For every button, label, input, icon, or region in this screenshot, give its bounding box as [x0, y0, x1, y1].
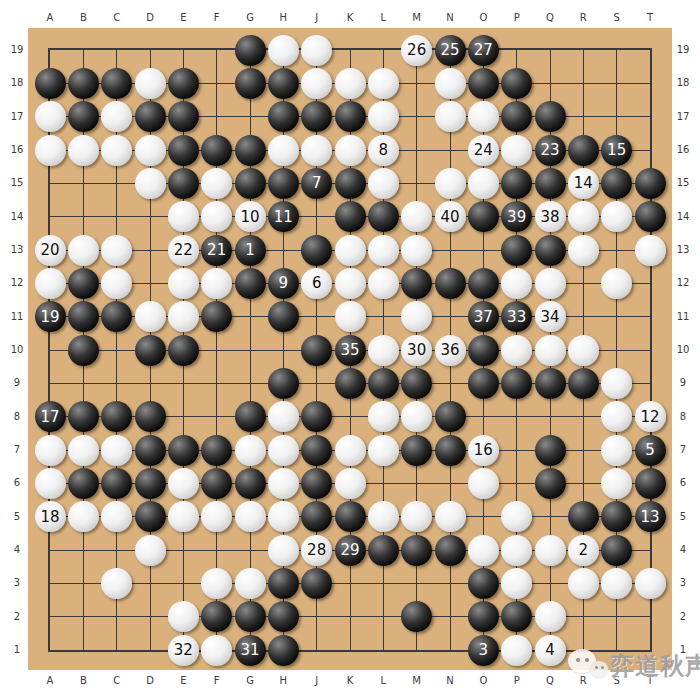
column-label-top: R [570, 12, 596, 24]
chat-bubble-small [590, 661, 608, 677]
stone-D4 [135, 535, 166, 566]
stone-D6 [135, 468, 166, 499]
stone-K16 [335, 135, 366, 166]
stone-K7 [335, 435, 366, 466]
column-label-bottom: E [170, 675, 196, 687]
row-label-left: 8 [4, 411, 30, 423]
stone-Q9 [535, 368, 566, 399]
row-label-right: 3 [670, 577, 696, 589]
stone-L17 [368, 101, 399, 132]
stone-J19 [301, 35, 332, 66]
stone-R5 [568, 501, 599, 532]
stone-D8 [135, 401, 166, 432]
stone-G2 [235, 601, 266, 632]
column-label-bottom: L [370, 675, 396, 687]
stone-H14: 11 [268, 201, 299, 232]
move-number: 27 [474, 41, 493, 59]
stone-B7 [68, 435, 99, 466]
watermark-text: 弈道秋声 [610, 650, 700, 682]
stone-G8 [235, 401, 266, 432]
stone-T7: 5 [635, 435, 666, 466]
stone-R14 [568, 201, 599, 232]
stone-G7 [235, 435, 266, 466]
stone-G6 [235, 468, 266, 499]
stone-B5 [68, 501, 99, 532]
stone-R3 [568, 568, 599, 599]
stone-G18 [235, 68, 266, 99]
stone-J4: 28 [301, 535, 332, 566]
move-number: 2 [579, 541, 589, 559]
stone-F7 [201, 435, 232, 466]
stone-D11 [135, 301, 166, 332]
row-label-right: 15 [670, 177, 696, 189]
stone-J12: 6 [301, 268, 332, 299]
move-number: 26 [407, 41, 426, 59]
stone-E16 [168, 135, 199, 166]
stone-H11 [268, 301, 299, 332]
row-label-right: 12 [670, 277, 696, 289]
stone-D18 [135, 68, 166, 99]
stone-E5 [168, 501, 199, 532]
stone-L5 [368, 501, 399, 532]
stone-L10 [368, 335, 399, 366]
stone-N14: 40 [435, 201, 466, 232]
stone-K13 [335, 235, 366, 266]
stone-Q12 [535, 268, 566, 299]
column-label-bottom: D [137, 675, 163, 687]
column-label-top: J [304, 12, 330, 24]
watermark: 弈道秋声 [566, 645, 700, 687]
stone-H6 [268, 468, 299, 499]
stone-D10 [135, 335, 166, 366]
stone-K11 [335, 301, 366, 332]
stone-K14 [335, 201, 366, 232]
row-label-right: 14 [670, 211, 696, 223]
move-number: 21 [207, 241, 226, 259]
stone-M13 [401, 235, 432, 266]
move-number: 28 [307, 541, 326, 559]
stone-M9 [401, 368, 432, 399]
stone-L13 [368, 235, 399, 266]
stone-L14 [368, 201, 399, 232]
stone-R16 [568, 135, 599, 166]
stone-A11: 19 [35, 301, 66, 332]
move-number: 24 [474, 141, 493, 159]
stone-N4 [435, 535, 466, 566]
stone-S6 [601, 468, 632, 499]
stone-J16 [301, 135, 332, 166]
row-label-left: 1 [4, 644, 30, 656]
column-label-bottom: H [270, 675, 296, 687]
stone-Q7 [535, 435, 566, 466]
stone-A13: 20 [35, 235, 66, 266]
move-number: 38 [540, 208, 559, 226]
move-number: 30 [407, 341, 426, 359]
stone-L9 [368, 368, 399, 399]
stone-L7 [368, 435, 399, 466]
stone-G15 [235, 168, 266, 199]
column-label-bottom: B [70, 675, 96, 687]
stone-K9 [335, 368, 366, 399]
stone-K15 [335, 168, 366, 199]
move-number: 3 [479, 641, 489, 659]
stone-E12 [168, 268, 199, 299]
move-number: 32 [174, 641, 193, 659]
column-label-top: S [604, 12, 630, 24]
stone-Q1: 4 [535, 635, 566, 666]
go-diagram-page: AABBCCDDEEFFGGHHJJKKLLMMNNOOPPQQRRSSTT19… [0, 0, 700, 700]
stone-M19: 26 [401, 35, 432, 66]
stone-C6 [101, 468, 132, 499]
column-label-top: M [404, 12, 430, 24]
stone-H4 [268, 535, 299, 566]
column-label-top: P [504, 12, 530, 24]
stone-S15 [601, 168, 632, 199]
stone-Q11: 34 [535, 301, 566, 332]
stone-B11 [68, 301, 99, 332]
stone-J3 [301, 568, 332, 599]
stone-Q13 [535, 235, 566, 266]
stone-E1: 32 [168, 635, 199, 666]
move-number: 19 [40, 308, 59, 326]
row-label-left: 12 [4, 277, 30, 289]
stone-G14: 10 [235, 201, 266, 232]
stone-P1 [501, 635, 532, 666]
stone-A12 [35, 268, 66, 299]
stone-E6 [168, 468, 199, 499]
stone-D17 [135, 101, 166, 132]
stone-R15: 14 [568, 168, 599, 199]
stone-R10 [568, 335, 599, 366]
stone-Q15 [535, 168, 566, 199]
stone-E15 [168, 168, 199, 199]
stone-H15 [268, 168, 299, 199]
stone-D16 [135, 135, 166, 166]
stone-B10 [68, 335, 99, 366]
stone-M12 [401, 268, 432, 299]
stone-O16: 24 [468, 135, 499, 166]
stone-L18 [368, 68, 399, 99]
stone-H19 [268, 35, 299, 66]
row-label-left: 10 [4, 344, 30, 356]
stone-A17 [35, 101, 66, 132]
move-number: 37 [474, 308, 493, 326]
move-number: 35 [340, 341, 359, 359]
stone-N10: 36 [435, 335, 466, 366]
stone-J10 [301, 335, 332, 366]
column-label-top: K [337, 12, 363, 24]
column-label-bottom: F [204, 675, 230, 687]
stone-T6 [635, 468, 666, 499]
stone-P12 [501, 268, 532, 299]
stone-K5 [335, 501, 366, 532]
stone-L8 [368, 401, 399, 432]
stone-D7 [135, 435, 166, 466]
stone-B6 [68, 468, 99, 499]
column-label-top: C [104, 12, 130, 24]
stone-S3 [601, 568, 632, 599]
stone-P13 [501, 235, 532, 266]
column-label-bottom: N [437, 675, 463, 687]
stone-C3 [101, 568, 132, 599]
stone-O17 [468, 101, 499, 132]
stone-G13: 1 [235, 235, 266, 266]
move-number: 11 [274, 208, 293, 226]
stone-O9 [468, 368, 499, 399]
move-number: 1 [245, 241, 255, 259]
stone-E13: 22 [168, 235, 199, 266]
row-label-left: 16 [4, 144, 30, 156]
stone-P4 [501, 535, 532, 566]
move-number: 6 [312, 274, 322, 292]
stone-L12 [368, 268, 399, 299]
stone-H18 [268, 68, 299, 99]
row-label-right: 16 [670, 144, 696, 156]
stone-K10: 35 [335, 335, 366, 366]
stone-B18 [68, 68, 99, 99]
row-label-left: 5 [4, 511, 30, 523]
move-number: 4 [545, 641, 555, 659]
stone-L15 [368, 168, 399, 199]
move-number: 20 [40, 241, 59, 259]
column-label-bottom: M [404, 675, 430, 687]
stone-O18 [468, 68, 499, 99]
wechat-icon [566, 645, 610, 687]
move-number: 16 [474, 441, 493, 459]
row-label-right: 19 [670, 44, 696, 56]
stone-Q2 [535, 601, 566, 632]
row-label-left: 15 [4, 177, 30, 189]
stone-J15: 7 [301, 168, 332, 199]
stone-B13 [68, 235, 99, 266]
stone-N12 [435, 268, 466, 299]
stone-K4: 29 [335, 535, 366, 566]
move-number: 7 [312, 174, 322, 192]
stone-G12 [235, 268, 266, 299]
move-number: 31 [240, 641, 259, 659]
move-number: 15 [607, 141, 626, 159]
stone-J18 [301, 68, 332, 99]
stone-P3 [501, 568, 532, 599]
column-label-bottom: K [337, 675, 363, 687]
stone-H12: 9 [268, 268, 299, 299]
stone-O7: 16 [468, 435, 499, 466]
row-label-left: 7 [4, 444, 30, 456]
stone-B17 [68, 101, 99, 132]
stone-H1 [268, 635, 299, 666]
stone-G1: 31 [235, 635, 266, 666]
stone-O11: 37 [468, 301, 499, 332]
row-label-left: 14 [4, 211, 30, 223]
stone-F3 [201, 568, 232, 599]
stone-T3 [635, 568, 666, 599]
stone-Q6 [535, 468, 566, 499]
move-number: 18 [40, 508, 59, 526]
stone-E14 [168, 201, 199, 232]
column-label-top: L [370, 12, 396, 24]
move-number: 34 [540, 308, 559, 326]
stone-N8 [435, 401, 466, 432]
column-label-bottom: P [504, 675, 530, 687]
stone-B8 [68, 401, 99, 432]
stone-C18 [101, 68, 132, 99]
stone-P18 [501, 68, 532, 99]
row-label-left: 4 [4, 544, 30, 556]
stone-E18 [168, 68, 199, 99]
stone-A18 [35, 68, 66, 99]
move-number: 10 [240, 208, 259, 226]
stone-E2 [168, 601, 199, 632]
move-number: 25 [440, 41, 459, 59]
row-label-left: 6 [4, 477, 30, 489]
stone-J13 [301, 235, 332, 266]
stone-K12 [335, 268, 366, 299]
column-label-top: A [37, 12, 63, 24]
stone-P16 [501, 135, 532, 166]
row-label-left: 18 [4, 77, 30, 89]
stone-R13 [568, 235, 599, 266]
stone-K17 [335, 101, 366, 132]
stone-E10 [168, 335, 199, 366]
stone-H3 [268, 568, 299, 599]
row-label-left: 17 [4, 111, 30, 123]
column-label-top: N [437, 12, 463, 24]
stone-H2 [268, 601, 299, 632]
column-label-top: O [470, 12, 496, 24]
stone-A16 [35, 135, 66, 166]
column-label-bottom: G [237, 675, 263, 687]
stone-H17 [268, 101, 299, 132]
stone-Q14: 38 [535, 201, 566, 232]
column-label-bottom: Q [537, 675, 563, 687]
stone-Q10 [535, 335, 566, 366]
stone-O14 [468, 201, 499, 232]
stone-M4 [401, 535, 432, 566]
stone-H5 [268, 501, 299, 532]
column-label-top: T [637, 12, 663, 24]
stone-N7 [435, 435, 466, 466]
column-label-top: Q [537, 12, 563, 24]
move-number: 22 [174, 241, 193, 259]
stone-S7 [601, 435, 632, 466]
stone-M10: 30 [401, 335, 432, 366]
row-label-right: 17 [670, 111, 696, 123]
stone-T8: 12 [635, 401, 666, 432]
stone-N18 [435, 68, 466, 99]
row-label-right: 13 [670, 244, 696, 256]
stone-L16: 8 [368, 135, 399, 166]
grid-line-horizontal [49, 583, 651, 584]
stone-O12 [468, 268, 499, 299]
column-label-top: G [237, 12, 263, 24]
stone-A7 [35, 435, 66, 466]
move-number: 8 [379, 141, 389, 159]
stone-D5 [135, 501, 166, 532]
move-number: 13 [640, 508, 659, 526]
stone-P9 [501, 368, 532, 399]
stone-T14 [635, 201, 666, 232]
row-label-left: 9 [4, 377, 30, 389]
stone-T5: 13 [635, 501, 666, 532]
move-number: 36 [440, 341, 459, 359]
stone-O19: 27 [468, 35, 499, 66]
stone-K6 [335, 468, 366, 499]
row-label-left: 11 [4, 311, 30, 323]
stone-H8 [268, 401, 299, 432]
row-label-right: 10 [670, 344, 696, 356]
stone-A5: 18 [35, 501, 66, 532]
stone-E7 [168, 435, 199, 466]
stone-O4 [468, 535, 499, 566]
stone-O10 [468, 335, 499, 366]
column-label-top: F [204, 12, 230, 24]
stone-N15 [435, 168, 466, 199]
stone-O1: 3 [468, 635, 499, 666]
stone-M7 [401, 435, 432, 466]
stone-E11 [168, 301, 199, 332]
column-label-bottom: A [37, 675, 63, 687]
row-label-right: 11 [670, 311, 696, 323]
stone-G5 [235, 501, 266, 532]
stone-S4 [601, 535, 632, 566]
stone-H9 [268, 368, 299, 399]
stone-H7 [268, 435, 299, 466]
stone-S12 [601, 268, 632, 299]
stone-O15 [468, 168, 499, 199]
stone-E17 [168, 101, 199, 132]
row-label-right: 9 [670, 377, 696, 389]
stone-C13 [101, 235, 132, 266]
stone-S16: 15 [601, 135, 632, 166]
stone-N17 [435, 101, 466, 132]
stone-G19 [235, 35, 266, 66]
stone-P10 [501, 335, 532, 366]
stone-Q4 [535, 535, 566, 566]
stone-F12 [201, 268, 232, 299]
stone-K18 [335, 68, 366, 99]
stone-G3 [235, 568, 266, 599]
move-number: 17 [40, 408, 59, 426]
stone-J6 [301, 468, 332, 499]
stone-S9 [601, 368, 632, 399]
stone-D15 [135, 168, 166, 199]
row-label-left: 19 [4, 44, 30, 56]
row-label-right: 18 [670, 77, 696, 89]
stone-F1 [201, 635, 232, 666]
stone-T15 [635, 168, 666, 199]
stone-L4 [368, 535, 399, 566]
row-label-left: 2 [4, 611, 30, 623]
stone-O6 [468, 468, 499, 499]
stone-J7 [301, 435, 332, 466]
stone-B16 [68, 135, 99, 166]
row-label-right: 2 [670, 611, 696, 623]
stone-F16 [201, 135, 232, 166]
row-label-right: 7 [670, 444, 696, 456]
stone-R4: 2 [568, 535, 599, 566]
stone-G16 [235, 135, 266, 166]
stone-R9 [568, 368, 599, 399]
move-number: 14 [574, 174, 593, 192]
move-number: 9 [279, 274, 289, 292]
stone-O3 [468, 568, 499, 599]
stone-N5 [435, 501, 466, 532]
stone-A6 [35, 468, 66, 499]
stone-O2 [468, 601, 499, 632]
stone-C16 [101, 135, 132, 166]
move-number: 23 [540, 141, 559, 159]
row-label-left: 3 [4, 577, 30, 589]
